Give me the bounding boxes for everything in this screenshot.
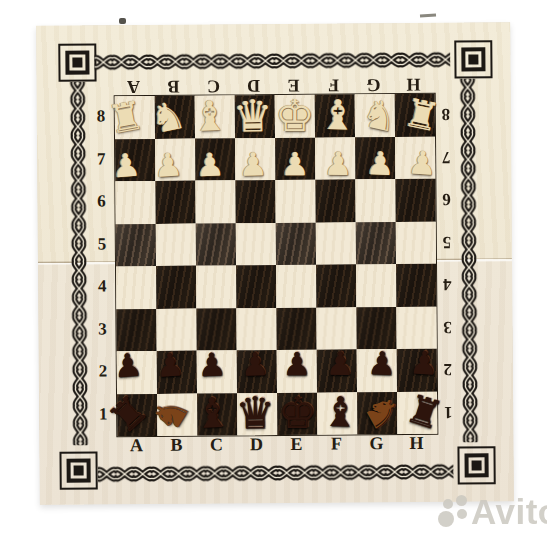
piece-black-n-g1: ♞ <box>357 387 408 437</box>
watermark-text: Avito <box>471 492 547 532</box>
piece-white-p-c7: ♟ <box>196 148 226 181</box>
corner-ornament-core <box>472 460 482 470</box>
piece-black-p-c2: ♟ <box>197 349 227 382</box>
file-label-bottom-c: C <box>196 435 236 453</box>
rank-label-left-6: 6 <box>91 180 111 223</box>
rank-labels-left: 87654321 <box>91 95 114 435</box>
rank-label-right-7: 7 <box>436 135 456 178</box>
rank-label-left-5: 5 <box>92 223 112 266</box>
piece-white-q-d8: ♛ <box>233 94 273 139</box>
border-braid-left <box>67 81 92 445</box>
piece-white-p-f7: ♟ <box>323 147 352 180</box>
piece-white-k-e8: ♚ <box>275 94 315 138</box>
piece-white-p-a7: ♟ <box>110 148 141 182</box>
rank-label-right-3: 3 <box>437 305 457 348</box>
piece-black-p-h2: ♟ <box>409 347 440 381</box>
rank-label-left-2: 2 <box>93 350 113 393</box>
watermark-logo-dot <box>457 509 467 519</box>
product-photo: ABCDEFGH ABCDEFGH 87654321 87654321 ♜♞♝♛… <box>0 0 547 540</box>
watermark: Avito <box>434 490 547 532</box>
hinge-mark-right <box>420 14 436 18</box>
piece-white-n-g8: ♞ <box>359 93 402 139</box>
rank-labels-right: 87654321 <box>436 93 459 433</box>
corner-ornament-bottom-right <box>457 446 495 484</box>
rank-label-left-3: 3 <box>92 308 112 351</box>
file-label-bottom-f: F <box>316 434 356 452</box>
corner-ornament-ring <box>65 50 89 74</box>
corner-ornament-bottom-left <box>59 451 97 489</box>
piece-white-p-g7: ♟ <box>365 147 395 180</box>
watermark-logo-dot <box>438 511 454 527</box>
piece-black-p-a2: ♟ <box>112 349 143 383</box>
piece-white-b-c8: ♝ <box>191 96 229 138</box>
corner-ornament-top-right <box>454 40 492 78</box>
piece-black-b-f1: ♝ <box>321 391 359 433</box>
corner-ornament-core <box>72 58 82 68</box>
rank-label-left-4: 4 <box>92 265 112 308</box>
piece-black-b-c1: ♝ <box>193 392 231 434</box>
piece-black-p-b2: ♟ <box>155 349 186 383</box>
border-braid-bottom <box>98 461 454 486</box>
rank-label-right-4: 4 <box>437 263 457 306</box>
corner-ornament-core <box>74 466 84 476</box>
rank-label-right-2: 2 <box>438 348 458 391</box>
piece-black-q-d1: ♛ <box>235 391 275 436</box>
piece-white-p-e7: ♟ <box>281 148 310 180</box>
piece-black-k-e1: ♚ <box>278 391 318 435</box>
corner-ornament-ring <box>67 458 91 482</box>
corner-ornament-ring <box>464 453 488 477</box>
border-braid-top <box>94 49 450 74</box>
corner-ornament-core <box>468 54 478 64</box>
piece-white-p-b7: ♟ <box>153 148 184 182</box>
piece-black-n-b1: ♞ <box>144 389 196 439</box>
pieces-layer: ♜♞♝♛♚♝♞♜♟♟♟♟♟♟♟♟♟♟♟♟♟♟♟♟♜♞♝♛♚♝♞♜ <box>114 93 437 436</box>
border-braid-right <box>457 78 482 442</box>
corner-ornament-ring <box>461 47 485 71</box>
piece-white-r-a8: ♜ <box>105 95 147 140</box>
rank-label-right-5: 5 <box>437 220 457 263</box>
piece-white-n-b8: ♞ <box>147 95 189 140</box>
hinge-mark-left <box>119 18 126 24</box>
piece-black-p-e2: ♟ <box>283 348 312 380</box>
piece-black-p-f2: ♟ <box>325 348 354 381</box>
watermark-logo-dot <box>456 495 467 506</box>
piece-white-p-h7: ♟ <box>407 146 438 180</box>
chess-box: ABCDEFGH ABCDEFGH 87654321 87654321 ♜♞♝♛… <box>36 22 514 505</box>
rank-label-right-6: 6 <box>436 178 456 221</box>
piece-white-p-d7: ♟ <box>238 148 267 181</box>
piece-black-p-g2: ♟ <box>367 347 397 380</box>
piece-white-b-f8: ♝ <box>319 95 357 137</box>
piece-black-p-d2: ♟ <box>240 349 269 382</box>
file-label-bottom-g: G <box>356 434 396 452</box>
corner-ornament-top-left <box>58 43 96 81</box>
watermark-logo-dot <box>443 499 453 509</box>
rank-label-left-7: 7 <box>91 138 111 181</box>
file-label-bottom-a: A <box>116 436 156 454</box>
